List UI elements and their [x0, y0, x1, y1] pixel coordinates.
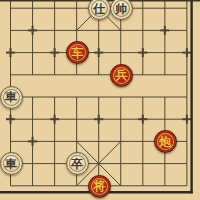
piece-ivory-general-f2[interactable]: 帅 [110, 0, 133, 20]
piece-red-chariot-d4[interactable]: 车 [66, 41, 89, 64]
piece-layer: 仕帅车兵車炮車卒将 [0, 0, 198, 197]
piece-ivory-chariot-1-a6[interactable]: 車 [0, 86, 23, 109]
piece-red-soldier-f5[interactable]: 兵 [110, 64, 133, 87]
piece-red-general-e10[interactable]: 将 [88, 175, 111, 198]
xiangqi-board[interactable]: 仕帅车兵車炮車卒将 [0, 0, 200, 200]
piece-ivory-soldier-d9[interactable]: 卒 [66, 152, 89, 175]
piece-ivory-chariot-2-a9[interactable]: 車 [0, 152, 23, 175]
piece-ivory-advisor-e2[interactable]: 仕 [88, 0, 111, 20]
piece-red-cannon-h8[interactable]: 炮 [154, 130, 177, 153]
